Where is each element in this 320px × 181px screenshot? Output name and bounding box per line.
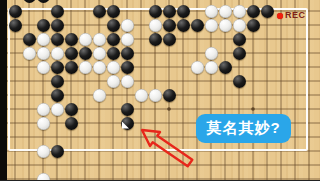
board-intersection [64, 88, 78, 102]
board-intersection [176, 4, 190, 18]
board-intersection [120, 74, 134, 88]
board-intersection [64, 74, 78, 88]
black-stone [93, 5, 106, 18]
board-intersection [162, 60, 176, 74]
board-intersection [176, 88, 190, 102]
board-intersection [22, 158, 36, 172]
board-intersection [162, 46, 176, 60]
board-intersection [36, 32, 50, 46]
board-intersection [36, 144, 50, 158]
board-intersection [190, 172, 204, 180]
board-intersection [232, 172, 246, 180]
black-stone [65, 33, 78, 46]
black-stone [177, 5, 190, 18]
black-stone [65, 47, 78, 60]
black-stone [65, 61, 78, 74]
board-intersection [106, 172, 120, 180]
board-intersection [92, 144, 106, 158]
board-intersection [64, 102, 78, 116]
board-intersection [8, 46, 22, 60]
board-intersection [302, 158, 316, 172]
board-intersection [64, 32, 78, 46]
board-intersection [302, 46, 316, 60]
board-intersection [78, 46, 92, 60]
board-intersection [204, 46, 218, 60]
white-stone [135, 89, 148, 102]
board-intersection [106, 32, 120, 46]
board-intersection [176, 102, 190, 116]
board-intersection [92, 158, 106, 172]
black-stone [177, 19, 190, 32]
board-intersection [8, 116, 22, 130]
board-intersection [148, 144, 162, 158]
board-intersection [106, 46, 120, 60]
board-intersection [106, 74, 120, 88]
board-intersection [134, 18, 148, 32]
board-intersection [204, 4, 218, 18]
white-stone [37, 61, 50, 74]
board-intersection [246, 158, 260, 172]
board-intersection [78, 60, 92, 74]
board-intersection [148, 74, 162, 88]
board-intersection [50, 130, 64, 144]
white-stone [107, 61, 120, 74]
board-intersection [260, 74, 274, 88]
board-intersection [246, 144, 260, 158]
board-intersection [190, 74, 204, 88]
board-intersection [64, 116, 78, 130]
board-intersection [64, 60, 78, 74]
board-intersection [134, 88, 148, 102]
board-intersection [260, 88, 274, 102]
board-intersection [260, 18, 274, 32]
board-intersection [36, 46, 50, 60]
board-intersection [106, 18, 120, 32]
speech-bubble-text: 莫名其妙? [206, 119, 280, 138]
board-intersection [8, 4, 22, 18]
board-intersection [106, 102, 120, 116]
board-intersection [176, 74, 190, 88]
black-stone [51, 33, 64, 46]
board-intersection [22, 88, 36, 102]
board-intersection [302, 60, 316, 74]
board-intersection [260, 172, 274, 180]
board-intersection [288, 172, 302, 180]
board-intersection [288, 46, 302, 60]
board-intersection [176, 46, 190, 60]
board-intersection [22, 116, 36, 130]
board-intersection [120, 102, 134, 116]
board-intersection [162, 88, 176, 102]
black-stone [233, 33, 246, 46]
board-intersection [246, 74, 260, 88]
board-intersection [36, 172, 50, 180]
board-intersection [274, 60, 288, 74]
black-stone [163, 33, 176, 46]
board-intersection [260, 158, 274, 172]
board-intersection [204, 88, 218, 102]
board-intersection [120, 130, 134, 144]
black-stone [51, 19, 64, 32]
board-intersection [302, 18, 316, 32]
board-intersection [302, 116, 316, 130]
board-intersection [22, 4, 36, 18]
board-intersection [120, 172, 134, 180]
board-intersection [190, 60, 204, 74]
board-intersection [8, 32, 22, 46]
board-intersection [204, 74, 218, 88]
white-stone [149, 19, 162, 32]
board-intersection [36, 158, 50, 172]
board-intersection [274, 18, 288, 32]
board-intersection [176, 158, 190, 172]
board-intersection [50, 158, 64, 172]
board-intersection [162, 130, 176, 144]
board-intersection [162, 32, 176, 46]
board-intersection [22, 172, 36, 180]
black-stone [65, 117, 78, 130]
white-stone [205, 5, 218, 18]
board-intersection [274, 46, 288, 60]
board-intersection [148, 102, 162, 116]
white-stone [93, 33, 106, 46]
board-intersection [36, 88, 50, 102]
board-intersection [232, 60, 246, 74]
board-intersection [106, 116, 120, 130]
board-intersection [162, 74, 176, 88]
board-intersection [50, 4, 64, 18]
board-intersection [218, 144, 232, 158]
board-intersection [50, 74, 64, 88]
board-intersection [162, 116, 176, 130]
black-stone [121, 47, 134, 60]
black-stone [79, 47, 92, 60]
white-stone [205, 61, 218, 74]
board-intersection [204, 18, 218, 32]
black-stone [163, 5, 176, 18]
board-intersection [288, 144, 302, 158]
board-intersection [302, 172, 316, 180]
board-intersection [50, 102, 64, 116]
white-stone [233, 19, 246, 32]
board-intersection [176, 130, 190, 144]
board-intersection [162, 102, 176, 116]
speech-bubble: 莫名其妙? [196, 114, 291, 143]
board-intersection [176, 144, 190, 158]
board-intersection [162, 158, 176, 172]
board-intersection [218, 88, 232, 102]
board-intersection [134, 102, 148, 116]
board-intersection [120, 4, 134, 18]
white-stone [205, 19, 218, 32]
black-stone [219, 61, 232, 74]
board-intersection [64, 144, 78, 158]
board-intersection [190, 158, 204, 172]
board-intersection [106, 158, 120, 172]
board-intersection [204, 32, 218, 46]
board-intersection [36, 102, 50, 116]
board-intersection [162, 144, 176, 158]
board-intersection [50, 46, 64, 60]
board-intersection [288, 88, 302, 102]
board-intersection [78, 74, 92, 88]
board-intersection [148, 172, 162, 180]
board-intersection [78, 102, 92, 116]
board-intersection [232, 46, 246, 60]
black-stone-marked [121, 117, 134, 130]
black-stone [233, 75, 246, 88]
board-intersection [232, 4, 246, 18]
board-intersection [64, 130, 78, 144]
board-intersection [148, 32, 162, 46]
board-intersection [162, 18, 176, 32]
board-intersection [36, 116, 50, 130]
board-intersection [148, 18, 162, 32]
board-intersection [120, 60, 134, 74]
white-stone [37, 173, 50, 181]
board-intersection [134, 4, 148, 18]
board-intersection [8, 130, 22, 144]
white-stone [79, 61, 92, 74]
board-intersection [78, 88, 92, 102]
board-intersection [232, 74, 246, 88]
board-intersection [50, 172, 64, 180]
rec-indicator: REC [277, 11, 306, 20]
board-intersection [64, 172, 78, 180]
board-intersection [148, 130, 162, 144]
board-intersection [92, 88, 106, 102]
board-intersection [218, 158, 232, 172]
black-stone [65, 103, 78, 116]
board-intersection [50, 116, 64, 130]
board-intersection [22, 18, 36, 32]
board-intersection [120, 158, 134, 172]
board-intersection [78, 4, 92, 18]
board-intersection [232, 32, 246, 46]
board-intersection [246, 172, 260, 180]
go-board [8, 4, 316, 180]
board-intersection [92, 4, 106, 18]
board-intersection [50, 88, 64, 102]
board-intersection [36, 4, 50, 18]
board-intersection [288, 158, 302, 172]
last-move-triangle-icon [122, 122, 129, 129]
board-intersection [78, 144, 92, 158]
board-intersection [204, 172, 218, 180]
board-intersection [120, 46, 134, 60]
board-intersection [92, 102, 106, 116]
black-stone [9, 19, 22, 32]
board-intersection [120, 88, 134, 102]
black-stone [261, 5, 274, 18]
board-intersection [288, 60, 302, 74]
board-intersection [246, 88, 260, 102]
board-intersection [22, 32, 36, 46]
board-intersection [22, 74, 36, 88]
board-intersection [246, 32, 260, 46]
board-intersection [36, 60, 50, 74]
board-intersection [92, 130, 106, 144]
board-intersection [106, 60, 120, 74]
board-intersection [274, 172, 288, 180]
board-intersection [218, 172, 232, 180]
board-intersection [78, 116, 92, 130]
board-intersection [92, 116, 106, 130]
board-intersection [204, 158, 218, 172]
white-stone [93, 89, 106, 102]
white-stone [51, 47, 64, 60]
black-stone [191, 19, 204, 32]
board-intersection [78, 18, 92, 32]
white-stone [37, 103, 50, 116]
board-intersection [148, 88, 162, 102]
board-intersection [274, 32, 288, 46]
board-intersection [106, 4, 120, 18]
board-intersection [8, 60, 22, 74]
board-intersection [92, 32, 106, 46]
board-intersection [8, 144, 22, 158]
black-stone [163, 89, 176, 102]
board-intersection [134, 130, 148, 144]
black-stone [107, 33, 120, 46]
black-stone [51, 89, 64, 102]
board-intersection [92, 46, 106, 60]
black-stone [121, 61, 134, 74]
board-intersection [148, 116, 162, 130]
board-intersection [134, 116, 148, 130]
board-intersection [8, 172, 22, 180]
board-intersection [120, 116, 134, 130]
white-stone [37, 145, 50, 158]
black-stone [121, 103, 134, 116]
board-intersection [218, 60, 232, 74]
white-stone [219, 5, 232, 18]
board-intersection [148, 60, 162, 74]
black-stone [51, 61, 64, 74]
board-intersection [260, 60, 274, 74]
black-stone [107, 5, 120, 18]
white-stone [121, 75, 134, 88]
board-intersection [134, 46, 148, 60]
board-intersection [302, 32, 316, 46]
board-intersection [246, 4, 260, 18]
board-intersection [134, 144, 148, 158]
board-intersection [148, 46, 162, 60]
board-intersection [64, 46, 78, 60]
board-intersection [64, 4, 78, 18]
board-intersection [106, 88, 120, 102]
black-stone [51, 5, 64, 18]
board-intersection [8, 74, 22, 88]
board-intersection [36, 130, 50, 144]
board-intersection [260, 32, 274, 46]
board-intersection [8, 88, 22, 102]
board-intersection [162, 4, 176, 18]
black-stone [9, 5, 22, 18]
board-intersection [120, 32, 134, 46]
rec-dot-icon [277, 13, 283, 19]
board-intersection [302, 74, 316, 88]
white-stone [37, 33, 50, 46]
board-intersection [22, 144, 36, 158]
board-intersection [134, 60, 148, 74]
board-intersection [274, 158, 288, 172]
board-intersection [288, 74, 302, 88]
board-intersection [232, 158, 246, 172]
board-intersection [288, 102, 302, 116]
board-intersection [190, 88, 204, 102]
white-stone [23, 47, 36, 60]
board-intersection [36, 74, 50, 88]
board-intersection [190, 18, 204, 32]
board-intersection [190, 144, 204, 158]
black-stone [149, 33, 162, 46]
board-intersection [8, 18, 22, 32]
board-intersection [218, 46, 232, 60]
board-intersection [134, 74, 148, 88]
white-stone [79, 33, 92, 46]
board-intersection [8, 158, 22, 172]
board-intersection [232, 18, 246, 32]
board-intersection [260, 144, 274, 158]
board-intersection [50, 32, 64, 46]
black-stone [163, 19, 176, 32]
board-intersection [36, 18, 50, 32]
board-intersection [120, 144, 134, 158]
board-intersection [176, 172, 190, 180]
board-intersection [50, 144, 64, 158]
board-intersection [274, 88, 288, 102]
black-stone [233, 47, 246, 60]
board-intersection [288, 32, 302, 46]
black-stone [247, 5, 260, 18]
white-stone [93, 47, 106, 60]
board-intersection [50, 18, 64, 32]
white-stone [191, 61, 204, 74]
board-intersection [190, 46, 204, 60]
board-intersection [260, 4, 274, 18]
black-stone [23, 33, 36, 46]
black-stone [51, 145, 64, 158]
white-stone [51, 103, 64, 116]
black-stone [107, 19, 120, 32]
board-intersection [274, 144, 288, 158]
black-stone [247, 19, 260, 32]
white-stone [121, 33, 134, 46]
black-stone [149, 5, 162, 18]
board-intersection [134, 172, 148, 180]
board-intersection [22, 46, 36, 60]
board-intersection [92, 60, 106, 74]
board-intersection [302, 102, 316, 116]
board-intersection [8, 102, 22, 116]
board-intersection [92, 172, 106, 180]
board-intersection [218, 32, 232, 46]
white-stone [37, 47, 50, 60]
board-intersection [64, 18, 78, 32]
board-intersection [64, 158, 78, 172]
board-intersection [232, 88, 246, 102]
board-intersection [134, 32, 148, 46]
board-intersection [148, 4, 162, 18]
board-intersection [148, 158, 162, 172]
left-edge-band [0, 0, 7, 180]
board-intersection [162, 172, 176, 180]
board-intersection [302, 88, 316, 102]
board-intersection [120, 18, 134, 32]
board-intersection [302, 144, 316, 158]
board-intersection [106, 130, 120, 144]
